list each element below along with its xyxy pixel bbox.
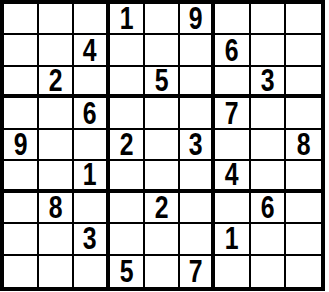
cell-r1c3[interactable]: [74, 4, 109, 35]
cell-r8c8[interactable]: [251, 224, 286, 255]
cell-r6c4[interactable]: [110, 161, 145, 192]
cell-digit: 7: [189, 256, 203, 287]
cell-r1c1[interactable]: [4, 4, 39, 35]
cell-r6c6[interactable]: [180, 161, 215, 192]
cell-r1c6[interactable]: 9: [180, 4, 215, 35]
cell-r6c2[interactable]: [39, 161, 74, 192]
cell-digit: 1: [225, 224, 239, 254]
cell-digit: 1: [119, 4, 133, 34]
cell-digit: 9: [14, 130, 28, 160]
cell-r5c7[interactable]: [215, 130, 250, 161]
sudoku-board: 1 9 4 6 2 5 3 6 7 9 2: [0, 0, 325, 291]
cell-r6c1[interactable]: [4, 161, 39, 192]
cell-r6c7[interactable]: 4: [215, 161, 250, 192]
sudoku-page: 1 9 4 6 2 5 3 6 7 9 2: [0, 0, 329, 292]
cell-r2c3[interactable]: 4: [74, 35, 109, 66]
cell-r3c8[interactable]: 3: [251, 67, 286, 98]
cell-r3c3[interactable]: [74, 67, 109, 98]
cell-r9c4[interactable]: 5: [110, 256, 145, 287]
cell-r8c9[interactable]: [286, 224, 321, 255]
cell-r7c3[interactable]: [74, 193, 109, 224]
cell-r2c1[interactable]: [4, 35, 39, 66]
cell-r8c3[interactable]: 3: [74, 224, 109, 255]
cell-digit: 3: [83, 224, 97, 254]
cell-r1c8[interactable]: [251, 4, 286, 35]
cell-r4c2[interactable]: [39, 98, 74, 129]
cell-r6c8[interactable]: [251, 161, 286, 192]
cell-r3c1[interactable]: [4, 67, 39, 98]
cell-r2c6[interactable]: [180, 35, 215, 66]
cell-r6c5[interactable]: [145, 161, 180, 192]
cell-r5c2[interactable]: [39, 130, 74, 161]
cell-r3c7[interactable]: [215, 67, 250, 98]
cell-r2c5[interactable]: [145, 35, 180, 66]
cell-digit: 5: [119, 256, 133, 287]
cell-r1c4[interactable]: 1: [110, 4, 145, 35]
cell-r6c9[interactable]: [286, 161, 321, 192]
cell-digit: 6: [83, 98, 97, 128]
cell-r1c2[interactable]: [39, 4, 74, 35]
cell-r7c7[interactable]: [215, 193, 250, 224]
cell-r4c5[interactable]: [145, 98, 180, 129]
cell-digit: 4: [225, 161, 239, 190]
cell-r4c6[interactable]: [180, 98, 215, 129]
cell-r8c6[interactable]: [180, 224, 215, 255]
cell-digit: 9: [189, 4, 203, 34]
cell-r6c3[interactable]: 1: [74, 161, 109, 192]
cell-r5c1[interactable]: 9: [4, 130, 39, 161]
cell-r9c5[interactable]: [145, 256, 180, 287]
cell-digit: 1: [83, 161, 97, 190]
cell-r9c1[interactable]: [4, 256, 39, 287]
cell-digit: 6: [260, 193, 274, 223]
cell-r9c3[interactable]: [74, 256, 109, 287]
cell-r1c7[interactable]: [215, 4, 250, 35]
cell-r7c6[interactable]: [180, 193, 215, 224]
cell-r8c1[interactable]: [4, 224, 39, 255]
cell-digit: 2: [49, 67, 63, 96]
cell-r8c2[interactable]: [39, 224, 74, 255]
cell-r8c4[interactable]: [110, 224, 145, 255]
cell-r4c8[interactable]: [251, 98, 286, 129]
cell-digit: 2: [119, 130, 133, 160]
cell-r4c1[interactable]: [4, 98, 39, 129]
cell-r4c3[interactable]: 6: [74, 98, 109, 129]
cell-r4c7[interactable]: 7: [215, 98, 250, 129]
cell-r2c8[interactable]: [251, 35, 286, 66]
cell-r7c1[interactable]: [4, 193, 39, 224]
cell-r9c8[interactable]: [251, 256, 286, 287]
cell-digit: 2: [155, 193, 169, 223]
cell-r1c9[interactable]: [286, 4, 321, 35]
cell-digit: 8: [296, 130, 310, 160]
cell-r7c8[interactable]: 6: [251, 193, 286, 224]
cell-r2c4[interactable]: [110, 35, 145, 66]
cell-r5c9[interactable]: 8: [286, 130, 321, 161]
cell-r9c7[interactable]: [215, 256, 250, 287]
cell-digit: 7: [225, 98, 239, 128]
cell-r3c6[interactable]: [180, 67, 215, 98]
cell-digit: 8: [49, 193, 63, 223]
cell-r7c5[interactable]: 2: [145, 193, 180, 224]
cell-r5c6[interactable]: 3: [180, 130, 215, 161]
cell-r3c5[interactable]: 5: [145, 67, 180, 98]
cell-r7c2[interactable]: 8: [39, 193, 74, 224]
cell-digit: 5: [155, 67, 169, 96]
cell-r5c8[interactable]: [251, 130, 286, 161]
cell-r8c7[interactable]: 1: [215, 224, 250, 255]
cell-r2c9[interactable]: [286, 35, 321, 66]
cell-digit: 4: [83, 35, 97, 65]
cell-r5c4[interactable]: 2: [110, 130, 145, 161]
cell-digit: 3: [189, 130, 203, 160]
cell-r4c4[interactable]: [110, 98, 145, 129]
cell-digit: 6: [225, 35, 239, 65]
cell-r3c4[interactable]: [110, 67, 145, 98]
cell-r9c9[interactable]: [286, 256, 321, 287]
cell-r3c2[interactable]: 2: [39, 67, 74, 98]
cell-r5c5[interactable]: [145, 130, 180, 161]
cell-r4c9[interactable]: [286, 98, 321, 129]
cell-r3c9[interactable]: [286, 67, 321, 98]
cell-r1c5[interactable]: [145, 4, 180, 35]
cell-r9c2[interactable]: [39, 256, 74, 287]
cell-r2c2[interactable]: [39, 35, 74, 66]
cell-r7c4[interactable]: [110, 193, 145, 224]
cell-r5c3[interactable]: [74, 130, 109, 161]
cell-r8c5[interactable]: [145, 224, 180, 255]
cell-digit: 3: [260, 67, 274, 96]
cell-r9c6[interactable]: 7: [180, 256, 215, 287]
cell-r2c7[interactable]: 6: [215, 35, 250, 66]
cell-r7c9[interactable]: [286, 193, 321, 224]
